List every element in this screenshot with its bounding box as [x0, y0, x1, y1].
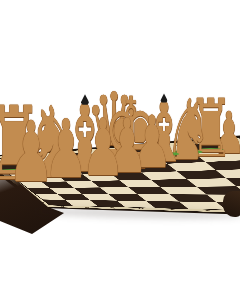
- chess-set-photo: ABCDEFGH12345678 ♜♟♞♟♝♟♛♟♚♟♝♞♜♟: [0, 0, 240, 290]
- piece-layer: ♜♟♞♟♝♟♛♟♚♟♝♞♜♟: [0, 0, 240, 290]
- pawn-glyph: ♟: [8, 110, 55, 194]
